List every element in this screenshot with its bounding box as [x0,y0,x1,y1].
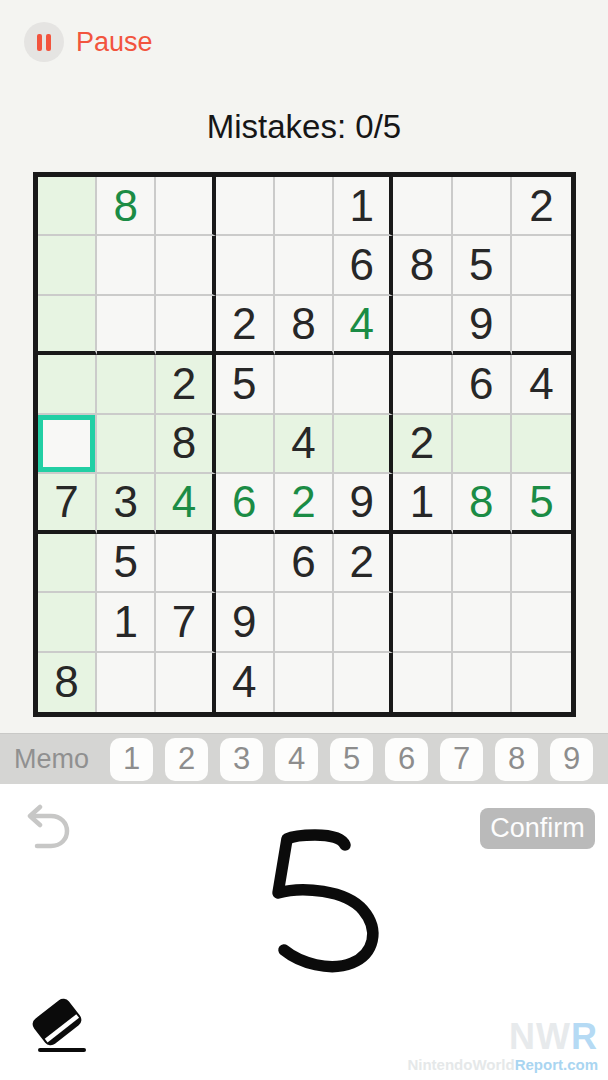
cell-r5c9[interactable] [512,415,571,474]
cell-r6c6[interactable]: 9 [334,474,393,533]
cell-r5c6[interactable] [334,415,393,474]
watermark-bottom-blue: Report.com [515,1056,598,1073]
memo-digit-2[interactable]: 2 [165,738,208,781]
cell-r8c5[interactable] [275,593,334,652]
memo-digit-7[interactable]: 7 [440,738,483,781]
cell-r7c9[interactable] [512,534,571,593]
cell-r8c4[interactable]: 9 [216,593,275,652]
cell-r9c6[interactable] [334,653,393,712]
cell-r5c5[interactable]: 4 [275,415,334,474]
cell-r6c8[interactable]: 8 [453,474,512,533]
memo-toggle-button[interactable]: Memo [14,744,89,775]
cell-r2c2[interactable] [97,236,156,295]
cell-r4c1[interactable] [38,355,97,414]
cell-r5c4[interactable] [216,415,275,474]
pause-label[interactable]: Pause [76,27,153,58]
cell-r2c4[interactable] [216,236,275,295]
cell-r6c2[interactable]: 3 [97,474,156,533]
cell-r2c8[interactable]: 5 [453,236,512,295]
cell-r3c4[interactable]: 2 [216,296,275,355]
cell-r3c6[interactable]: 4 [334,296,393,355]
cell-r3c2[interactable] [97,296,156,355]
cell-r9c9[interactable] [512,653,571,712]
cell-r2c7[interactable]: 8 [393,236,452,295]
cell-r1c2[interactable]: 8 [97,177,156,236]
cell-r5c3[interactable]: 8 [156,415,215,474]
cell-r5c2[interactable] [97,415,156,474]
cell-r3c1[interactable] [38,296,97,355]
cell-r6c4[interactable]: 6 [216,474,275,533]
cell-r4c5[interactable] [275,355,334,414]
memo-digit-buttons: 123456789 [110,738,593,781]
cell-r7c2[interactable]: 5 [97,534,156,593]
cell-r3c9[interactable] [512,296,571,355]
cell-r7c7[interactable] [393,534,452,593]
cell-r1c9[interactable]: 2 [512,177,571,236]
cell-r7c3[interactable] [156,534,215,593]
memo-digit-5[interactable]: 5 [330,738,373,781]
eraser-button[interactable] [22,996,97,1058]
memo-digit-8[interactable]: 8 [495,738,538,781]
cell-r6c7[interactable]: 1 [393,474,452,533]
handwritten-digit [240,820,420,990]
cell-r8c6[interactable] [334,593,393,652]
cell-r2c1[interactable] [38,236,97,295]
cell-r7c1[interactable] [38,534,97,593]
cell-r4c9[interactable]: 4 [512,355,571,414]
cell-r3c8[interactable]: 9 [453,296,512,355]
cell-r1c8[interactable] [453,177,512,236]
cell-r2c6[interactable]: 6 [334,236,393,295]
cell-r3c3[interactable] [156,296,215,355]
cell-r9c2[interactable] [97,653,156,712]
cell-r3c5[interactable]: 8 [275,296,334,355]
nwr-watermark: NWR NintendoWorldReport.com [407,1019,598,1072]
cell-r9c3[interactable] [156,653,215,712]
cell-r9c1[interactable]: 8 [38,653,97,712]
pause-icon-bar [37,34,42,51]
cell-r1c7[interactable] [393,177,452,236]
cell-r9c8[interactable] [453,653,512,712]
cell-r8c1[interactable] [38,593,97,652]
cell-r8c3[interactable]: 7 [156,593,215,652]
memo-digit-6[interactable]: 6 [385,738,428,781]
cell-r8c7[interactable] [393,593,452,652]
watermark-top-gray: NW [509,1016,571,1057]
memo-digit-3[interactable]: 3 [220,738,263,781]
memo-digit-1[interactable]: 1 [110,738,153,781]
cell-r6c1[interactable]: 7 [38,474,97,533]
cell-r1c1[interactable] [38,177,97,236]
cell-r8c2[interactable]: 1 [97,593,156,652]
cell-r1c5[interactable] [275,177,334,236]
cell-r2c5[interactable] [275,236,334,295]
mistakes-counter: Mistakes: 0/5 [0,108,608,146]
cell-r3c7[interactable] [393,296,452,355]
cell-r4c2[interactable] [97,355,156,414]
cell-r4c4[interactable]: 5 [216,355,275,414]
confirm-button[interactable]: Confirm [480,808,595,849]
cell-r2c9[interactable] [512,236,571,295]
cell-r4c6[interactable] [334,355,393,414]
cell-r6c3[interactable]: 4 [156,474,215,533]
handwriting-canvas[interactable]: Confirm NWR NintendoWorldReport.com [0,784,608,1080]
memo-bar: Memo 123456789 [0,733,608,785]
cell-r9c5[interactable] [275,653,334,712]
cell-r9c7[interactable] [393,653,452,712]
cell-r1c4[interactable] [216,177,275,236]
cell-r9c4[interactable]: 4 [216,653,275,712]
cell-r4c7[interactable] [393,355,452,414]
watermark-bottom-gray: NintendoWorld [407,1056,514,1073]
cell-r4c8[interactable]: 6 [453,355,512,414]
cell-r1c6[interactable]: 1 [334,177,393,236]
cell-r4c3[interactable]: 2 [156,355,215,414]
cell-r6c9[interactable]: 5 [512,474,571,533]
cell-r8c8[interactable] [453,593,512,652]
pause-icon[interactable] [24,22,64,62]
cell-r5c1[interactable] [38,415,97,474]
memo-digit-9[interactable]: 9 [550,738,593,781]
pause-button[interactable]: Pause [24,22,153,62]
cell-r1c3[interactable] [156,177,215,236]
sudoku-board[interactable]: 8126852849256484273462918556217984 [33,172,576,717]
watermark-top-blue: R [571,1016,598,1057]
cell-r5c7[interactable]: 2 [393,415,452,474]
pause-icon-bar [46,34,51,51]
cell-r7c6[interactable]: 2 [334,534,393,593]
cell-r6c5[interactable]: 2 [275,474,334,533]
cell-r5c8[interactable] [453,415,512,474]
cell-r7c4[interactable] [216,534,275,593]
cell-r8c9[interactable] [512,593,571,652]
cell-r7c5[interactable]: 6 [275,534,334,593]
cell-r2c3[interactable] [156,236,215,295]
memo-digit-4[interactable]: 4 [275,738,318,781]
undo-icon[interactable] [24,804,72,852]
cell-r7c8[interactable] [453,534,512,593]
